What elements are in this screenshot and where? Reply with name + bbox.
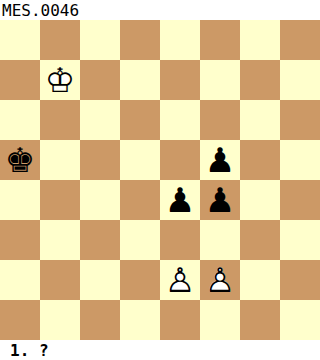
black-pawn[interactable]: ♟: [160, 180, 200, 220]
square-b1[interactable]: [40, 300, 80, 340]
square-b3[interactable]: [40, 220, 80, 260]
square-a8[interactable]: [0, 20, 40, 60]
square-c4[interactable]: [80, 180, 120, 220]
square-h8[interactable]: [280, 20, 320, 60]
square-h2[interactable]: [280, 260, 320, 300]
square-g6[interactable]: [240, 100, 280, 140]
black-pawn-glyph: ♟: [200, 180, 240, 220]
square-a4[interactable]: [0, 180, 40, 220]
square-g1[interactable]: [240, 300, 280, 340]
square-d3[interactable]: [120, 220, 160, 260]
chess-problem-viewer: MES.0046 ♚♔♚♟♟♟♟♙♟♙ 1. ?: [0, 0, 320, 360]
chess-board: ♚♔♚♟♟♟♟♙♟♙: [0, 20, 320, 340]
square-g3[interactable]: [240, 220, 280, 260]
square-f7[interactable]: [200, 60, 240, 100]
square-d5[interactable]: [120, 140, 160, 180]
square-h1[interactable]: [280, 300, 320, 340]
square-g2[interactable]: [240, 260, 280, 300]
square-e3[interactable]: [160, 220, 200, 260]
white-king[interactable]: ♚♔: [40, 60, 80, 100]
square-e8[interactable]: [160, 20, 200, 60]
square-b4[interactable]: [40, 180, 80, 220]
square-c1[interactable]: [80, 300, 120, 340]
square-c3[interactable]: [80, 220, 120, 260]
square-d8[interactable]: [120, 20, 160, 60]
move-prompt-bar: 1. ?: [0, 340, 320, 360]
white-pawn-glyph: ♙: [160, 260, 200, 300]
square-c2[interactable]: [80, 260, 120, 300]
square-f4[interactable]: ♟: [200, 180, 240, 220]
square-a1[interactable]: [0, 300, 40, 340]
black-pawn-glyph: ♟: [200, 140, 240, 180]
black-pawn[interactable]: ♟: [200, 140, 240, 180]
square-c8[interactable]: [80, 20, 120, 60]
square-f2[interactable]: ♟♙: [200, 260, 240, 300]
square-g7[interactable]: [240, 60, 280, 100]
square-g4[interactable]: [240, 180, 280, 220]
black-pawn[interactable]: ♟: [200, 180, 240, 220]
title-bar: MES.0046: [0, 0, 320, 20]
square-e4[interactable]: ♟: [160, 180, 200, 220]
square-f5[interactable]: ♟: [200, 140, 240, 180]
square-b5[interactable]: [40, 140, 80, 180]
square-b2[interactable]: [40, 260, 80, 300]
square-a2[interactable]: [0, 260, 40, 300]
square-c7[interactable]: [80, 60, 120, 100]
square-b7[interactable]: ♚♔: [40, 60, 80, 100]
square-g5[interactable]: [240, 140, 280, 180]
problem-id: MES.0046: [2, 1, 79, 20]
square-h4[interactable]: [280, 180, 320, 220]
square-d4[interactable]: [120, 180, 160, 220]
square-f1[interactable]: [200, 300, 240, 340]
white-pawn[interactable]: ♟♙: [200, 260, 240, 300]
square-h5[interactable]: [280, 140, 320, 180]
move-prompt: 1. ?: [10, 341, 49, 360]
square-e6[interactable]: [160, 100, 200, 140]
black-king[interactable]: ♚: [0, 140, 40, 180]
white-king-glyph: ♔: [40, 60, 80, 100]
white-pawn-glyph: ♙: [200, 260, 240, 300]
square-b6[interactable]: [40, 100, 80, 140]
black-king-glyph: ♚: [0, 140, 40, 180]
square-a3[interactable]: [0, 220, 40, 260]
square-h6[interactable]: [280, 100, 320, 140]
square-f8[interactable]: [200, 20, 240, 60]
square-c5[interactable]: [80, 140, 120, 180]
square-d6[interactable]: [120, 100, 160, 140]
square-d1[interactable]: [120, 300, 160, 340]
square-e1[interactable]: [160, 300, 200, 340]
square-h7[interactable]: [280, 60, 320, 100]
square-e7[interactable]: [160, 60, 200, 100]
square-e5[interactable]: [160, 140, 200, 180]
black-pawn-glyph: ♟: [160, 180, 200, 220]
white-pawn[interactable]: ♟♙: [160, 260, 200, 300]
square-h3[interactable]: [280, 220, 320, 260]
square-a6[interactable]: [0, 100, 40, 140]
square-b8[interactable]: [40, 20, 80, 60]
square-a7[interactable]: [0, 60, 40, 100]
square-c6[interactable]: [80, 100, 120, 140]
square-f3[interactable]: [200, 220, 240, 260]
square-f6[interactable]: [200, 100, 240, 140]
square-a5[interactable]: ♚: [0, 140, 40, 180]
square-d7[interactable]: [120, 60, 160, 100]
square-e2[interactable]: ♟♙: [160, 260, 200, 300]
square-d2[interactable]: [120, 260, 160, 300]
square-g8[interactable]: [240, 20, 280, 60]
